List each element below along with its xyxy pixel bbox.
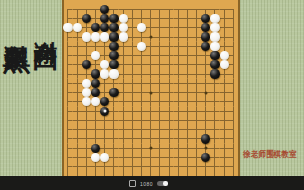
board-cell[interactable] — [100, 144, 109, 153]
board-cell[interactable] — [109, 116, 118, 125]
board-cell[interactable] — [192, 79, 201, 88]
board-cell[interactable] — [192, 23, 201, 32]
board-cell[interactable] — [210, 79, 219, 88]
board-cell[interactable] — [210, 42, 219, 51]
board-cell[interactable] — [119, 51, 128, 60]
board-cell[interactable] — [155, 107, 164, 116]
board-cell[interactable] — [183, 107, 192, 116]
board-cell[interactable] — [210, 51, 219, 60]
board-cell[interactable] — [174, 144, 183, 153]
board-cell[interactable] — [100, 125, 109, 134]
board-cell[interactable] — [174, 88, 183, 97]
board-cell[interactable] — [137, 60, 146, 69]
board-cell[interactable] — [91, 116, 100, 125]
board-cell[interactable] — [229, 5, 238, 14]
board-cell[interactable] — [63, 153, 72, 162]
board-cell[interactable] — [91, 23, 100, 32]
board-cell[interactable] — [91, 97, 100, 106]
board-cell[interactable] — [63, 88, 72, 97]
board-cell[interactable] — [91, 42, 100, 51]
board-cell[interactable] — [164, 60, 173, 69]
board-cell[interactable] — [119, 134, 128, 143]
board-cell[interactable] — [174, 42, 183, 51]
board-cell[interactable] — [137, 42, 146, 51]
board-cell[interactable] — [119, 79, 128, 88]
board-cell[interactable] — [91, 32, 100, 41]
board-cell[interactable] — [73, 107, 82, 116]
board-cell[interactable] — [63, 134, 72, 143]
board-cell[interactable] — [210, 153, 219, 162]
board-cell[interactable] — [192, 144, 201, 153]
board-cell[interactable] — [201, 116, 210, 125]
board-cell[interactable] — [210, 107, 219, 116]
board-cell[interactable] — [183, 116, 192, 125]
board-cell[interactable] — [109, 153, 118, 162]
board-cell[interactable] — [192, 107, 201, 116]
board-cell[interactable] — [109, 79, 118, 88]
board-cell[interactable] — [155, 60, 164, 69]
board-cell[interactable] — [192, 42, 201, 51]
board-cell[interactable] — [164, 69, 173, 78]
board-cell[interactable] — [183, 97, 192, 106]
board-cell[interactable] — [109, 23, 118, 32]
board-cell[interactable] — [73, 144, 82, 153]
board-cell[interactable] — [128, 144, 137, 153]
board-cell[interactable] — [183, 79, 192, 88]
board-cell[interactable] — [82, 153, 91, 162]
board-cell[interactable] — [174, 51, 183, 60]
board-cell[interactable] — [63, 144, 72, 153]
board-cell[interactable] — [128, 125, 137, 134]
board-cell[interactable] — [164, 88, 173, 97]
board-cell[interactable] — [164, 79, 173, 88]
board-cell[interactable] — [146, 51, 155, 60]
board-cell[interactable] — [137, 162, 146, 171]
board-cell[interactable] — [128, 107, 137, 116]
board-cell[interactable] — [155, 69, 164, 78]
board-cell[interactable] — [220, 42, 229, 51]
board-cell[interactable] — [220, 153, 229, 162]
board-cell[interactable] — [155, 51, 164, 60]
board-cell[interactable] — [220, 60, 229, 69]
board-cell[interactable] — [164, 23, 173, 32]
board-cell[interactable] — [137, 134, 146, 143]
board-cell[interactable] — [155, 42, 164, 51]
board-cell[interactable] — [82, 5, 91, 14]
board-cell[interactable] — [220, 79, 229, 88]
board-cell[interactable] — [220, 88, 229, 97]
board-cell[interactable] — [137, 153, 146, 162]
board-cell[interactable] — [192, 162, 201, 171]
board-cell[interactable] — [183, 32, 192, 41]
board-cell[interactable] — [146, 153, 155, 162]
board-cell[interactable] — [119, 23, 128, 32]
board-cell[interactable] — [155, 153, 164, 162]
board-cell[interactable] — [155, 134, 164, 143]
board-cell[interactable] — [155, 5, 164, 14]
board-cell[interactable] — [201, 134, 210, 143]
board-cell[interactable] — [183, 88, 192, 97]
board-cell[interactable] — [82, 32, 91, 41]
board-cell[interactable] — [164, 14, 173, 23]
board-cell[interactable] — [229, 23, 238, 32]
board-cell[interactable] — [73, 60, 82, 69]
board-cell[interactable] — [183, 134, 192, 143]
board-cell[interactable] — [174, 79, 183, 88]
board-cell[interactable] — [63, 42, 72, 51]
board-cell[interactable] — [91, 107, 100, 116]
board-cell[interactable] — [192, 60, 201, 69]
board-cell[interactable] — [91, 79, 100, 88]
board-cell[interactable] — [128, 88, 137, 97]
board-cell[interactable] — [137, 14, 146, 23]
board-cell[interactable] — [100, 97, 109, 106]
board-cell[interactable] — [73, 51, 82, 60]
board-cell[interactable] — [100, 79, 109, 88]
board-cell[interactable] — [164, 51, 173, 60]
board-cell[interactable] — [192, 5, 201, 14]
board-cell[interactable] — [146, 88, 155, 97]
board-cell[interactable] — [192, 14, 201, 23]
board-cell[interactable] — [183, 14, 192, 23]
board-cell[interactable] — [137, 69, 146, 78]
board-cell[interactable] — [128, 153, 137, 162]
board-cell[interactable] — [183, 42, 192, 51]
board-cell[interactable] — [128, 42, 137, 51]
board-cell[interactable] — [192, 153, 201, 162]
board-cell[interactable] — [100, 60, 109, 69]
board-cell[interactable] — [109, 42, 118, 51]
board-cell[interactable] — [137, 51, 146, 60]
board-cell[interactable] — [109, 32, 118, 41]
video-player-bar[interactable]: 1080 — [0, 176, 304, 190]
board-cell[interactable] — [146, 5, 155, 14]
board-cell[interactable] — [63, 97, 72, 106]
board-cell[interactable] — [229, 79, 238, 88]
board-cell[interactable] — [220, 23, 229, 32]
board-cell[interactable] — [220, 162, 229, 171]
board-cell[interactable] — [146, 134, 155, 143]
board-cell[interactable] — [73, 125, 82, 134]
board-cell[interactable] — [91, 125, 100, 134]
board-cell[interactable] — [155, 97, 164, 106]
board-cell[interactable] — [229, 69, 238, 78]
board-cell[interactable] — [164, 144, 173, 153]
board-cell[interactable] — [100, 107, 109, 116]
board-cell[interactable] — [229, 144, 238, 153]
board-cell[interactable] — [183, 5, 192, 14]
board-cell[interactable] — [174, 134, 183, 143]
board-cell[interactable] — [201, 32, 210, 41]
board-cell[interactable] — [82, 116, 91, 125]
board-cell[interactable] — [164, 5, 173, 14]
board-cell[interactable] — [229, 32, 238, 41]
board-cell[interactable] — [201, 107, 210, 116]
board-cell[interactable] — [63, 125, 72, 134]
board-cell[interactable] — [109, 125, 118, 134]
board-cell[interactable] — [82, 42, 91, 51]
board-cell[interactable] — [82, 134, 91, 143]
board-cell[interactable] — [201, 60, 210, 69]
board-cell[interactable] — [210, 162, 219, 171]
board-cell[interactable] — [210, 23, 219, 32]
board-cell[interactable] — [164, 134, 173, 143]
board-cell[interactable] — [73, 97, 82, 106]
board-cell[interactable] — [128, 162, 137, 171]
board-cell[interactable] — [109, 162, 118, 171]
board-cell[interactable] — [119, 144, 128, 153]
board-cell[interactable] — [183, 153, 192, 162]
board-cell[interactable] — [119, 162, 128, 171]
board-cell[interactable] — [201, 69, 210, 78]
board-cell[interactable] — [201, 144, 210, 153]
board-cell[interactable] — [137, 79, 146, 88]
board-cell[interactable] — [174, 69, 183, 78]
danmaku-icon[interactable] — [129, 180, 136, 187]
board-cell[interactable] — [146, 14, 155, 23]
board-cell[interactable] — [210, 32, 219, 41]
board-cell[interactable] — [229, 97, 238, 106]
board-cell[interactable] — [100, 153, 109, 162]
board-cell[interactable] — [119, 42, 128, 51]
board-cell[interactable] — [164, 97, 173, 106]
board-cell[interactable] — [146, 60, 155, 69]
board-cell[interactable] — [210, 134, 219, 143]
board-cell[interactable] — [137, 107, 146, 116]
board-cell[interactable] — [146, 42, 155, 51]
board-cell[interactable] — [73, 69, 82, 78]
board-cell[interactable] — [82, 97, 91, 106]
board-cell[interactable] — [128, 116, 137, 125]
board-cell[interactable] — [119, 97, 128, 106]
board-cell[interactable] — [137, 97, 146, 106]
board-cell[interactable] — [109, 88, 118, 97]
board-cell[interactable] — [192, 32, 201, 41]
board-cell[interactable] — [63, 107, 72, 116]
board-cell[interactable] — [63, 116, 72, 125]
board-cell[interactable] — [229, 51, 238, 60]
board-cell[interactable] — [146, 125, 155, 134]
board-cell[interactable] — [73, 79, 82, 88]
board-cell[interactable] — [164, 162, 173, 171]
board-cell[interactable] — [82, 79, 91, 88]
board-cell[interactable] — [229, 88, 238, 97]
board-cell[interactable] — [192, 88, 201, 97]
danmaku-toggle[interactable] — [157, 181, 168, 187]
board-cell[interactable] — [229, 153, 238, 162]
board-cell[interactable] — [164, 116, 173, 125]
board-cell[interactable] — [137, 5, 146, 14]
board-cell[interactable] — [128, 5, 137, 14]
board-cell[interactable] — [146, 69, 155, 78]
board-cell[interactable] — [229, 42, 238, 51]
board-cell[interactable] — [109, 69, 118, 78]
board-cell[interactable] — [192, 69, 201, 78]
board-cell[interactable] — [109, 60, 118, 69]
board-cell[interactable] — [210, 5, 219, 14]
board-cell[interactable] — [146, 116, 155, 125]
board-cell[interactable] — [210, 97, 219, 106]
board-cell[interactable] — [119, 69, 128, 78]
board-cell[interactable] — [220, 69, 229, 78]
board-cell[interactable] — [119, 14, 128, 23]
board-cell[interactable] — [91, 88, 100, 97]
board-cell[interactable] — [73, 134, 82, 143]
board-cell[interactable] — [220, 14, 229, 23]
board-cell[interactable] — [192, 51, 201, 60]
board-cell[interactable] — [63, 14, 72, 23]
board-cell[interactable] — [220, 32, 229, 41]
board-cell[interactable] — [210, 116, 219, 125]
board-cell[interactable] — [174, 116, 183, 125]
board-cell[interactable] — [210, 69, 219, 78]
board-cell[interactable] — [146, 79, 155, 88]
board-cell[interactable] — [201, 88, 210, 97]
board-cell[interactable] — [183, 162, 192, 171]
board-cell[interactable] — [146, 144, 155, 153]
board-cell[interactable] — [119, 107, 128, 116]
board-cell[interactable] — [183, 69, 192, 78]
board-cell[interactable] — [210, 125, 219, 134]
board-cell[interactable] — [100, 88, 109, 97]
board-cell[interactable] — [109, 107, 118, 116]
board-cell[interactable] — [91, 60, 100, 69]
board-cell[interactable] — [73, 116, 82, 125]
board-cell[interactable] — [128, 97, 137, 106]
board-cell[interactable] — [201, 79, 210, 88]
board-cell[interactable] — [128, 23, 137, 32]
board-cell[interactable] — [128, 14, 137, 23]
go-board-grid[interactable] — [63, 5, 238, 181]
board-cell[interactable] — [128, 69, 137, 78]
board-cell[interactable] — [91, 144, 100, 153]
board-cell[interactable] — [210, 88, 219, 97]
board-cell[interactable] — [210, 60, 219, 69]
board-cell[interactable] — [220, 116, 229, 125]
board-cell[interactable] — [109, 14, 118, 23]
board-cell[interactable] — [137, 125, 146, 134]
board-cell[interactable] — [174, 14, 183, 23]
board-cell[interactable] — [137, 88, 146, 97]
board-cell[interactable] — [201, 125, 210, 134]
board-cell[interactable] — [100, 134, 109, 143]
board-cell[interactable] — [82, 14, 91, 23]
board-cell[interactable] — [91, 14, 100, 23]
board-cell[interactable] — [155, 162, 164, 171]
board-cell[interactable] — [164, 125, 173, 134]
board-cell[interactable] — [128, 32, 137, 41]
board-cell[interactable] — [220, 5, 229, 14]
board-cell[interactable] — [155, 88, 164, 97]
board-cell[interactable] — [229, 107, 238, 116]
board-cell[interactable] — [82, 88, 91, 97]
board-cell[interactable] — [201, 51, 210, 60]
board-cell[interactable] — [174, 23, 183, 32]
board-cell[interactable] — [100, 32, 109, 41]
board-cell[interactable] — [137, 144, 146, 153]
board-cell[interactable] — [164, 32, 173, 41]
board-cell[interactable] — [201, 42, 210, 51]
board-cell[interactable] — [220, 107, 229, 116]
board-cell[interactable] — [119, 5, 128, 14]
board-cell[interactable] — [82, 69, 91, 78]
board-cell[interactable] — [201, 162, 210, 171]
board-cell[interactable] — [229, 116, 238, 125]
board-cell[interactable] — [91, 153, 100, 162]
board-cell[interactable] — [128, 60, 137, 69]
board-cell[interactable] — [82, 51, 91, 60]
board-cell[interactable] — [155, 144, 164, 153]
quality-label[interactable]: 1080 — [140, 181, 153, 187]
board-cell[interactable] — [100, 69, 109, 78]
board-cell[interactable] — [229, 162, 238, 171]
board-cell[interactable] — [119, 125, 128, 134]
board-cell[interactable] — [82, 125, 91, 134]
board-cell[interactable] — [100, 51, 109, 60]
board-cell[interactable] — [63, 32, 72, 41]
board-cell[interactable] — [63, 162, 72, 171]
board-cell[interactable] — [100, 116, 109, 125]
board-cell[interactable] — [91, 51, 100, 60]
board-cell[interactable] — [137, 23, 146, 32]
board-cell[interactable] — [229, 60, 238, 69]
board-cell[interactable] — [220, 97, 229, 106]
board-cell[interactable] — [155, 32, 164, 41]
board-cell[interactable] — [109, 5, 118, 14]
board-cell[interactable] — [220, 51, 229, 60]
board-cell[interactable] — [174, 60, 183, 69]
board-cell[interactable] — [146, 162, 155, 171]
board-cell[interactable] — [174, 107, 183, 116]
board-cell[interactable] — [146, 97, 155, 106]
board-cell[interactable] — [63, 23, 72, 32]
board-cell[interactable] — [73, 14, 82, 23]
board-cell[interactable] — [174, 153, 183, 162]
board-cell[interactable] — [220, 125, 229, 134]
board-cell[interactable] — [210, 14, 219, 23]
board-cell[interactable] — [155, 79, 164, 88]
board-cell[interactable] — [210, 144, 219, 153]
board-cell[interactable] — [155, 116, 164, 125]
board-cell[interactable] — [73, 162, 82, 171]
board-cell[interactable] — [229, 134, 238, 143]
board-cell[interactable] — [229, 14, 238, 23]
board-cell[interactable] — [82, 60, 91, 69]
board-cell[interactable] — [128, 51, 137, 60]
board-cell[interactable] — [63, 51, 72, 60]
board-cell[interactable] — [164, 153, 173, 162]
board-cell[interactable] — [155, 23, 164, 32]
board-cell[interactable] — [155, 14, 164, 23]
board-cell[interactable] — [91, 162, 100, 171]
board-cell[interactable] — [164, 107, 173, 116]
board-cell[interactable] — [109, 51, 118, 60]
board-cell[interactable] — [183, 125, 192, 134]
board-cell[interactable] — [100, 14, 109, 23]
board-cell[interactable] — [192, 125, 201, 134]
board-cell[interactable] — [201, 23, 210, 32]
board-cell[interactable] — [201, 14, 210, 23]
board-cell[interactable] — [146, 32, 155, 41]
board-cell[interactable] — [183, 51, 192, 60]
board-cell[interactable] — [63, 60, 72, 69]
board-cell[interactable] — [146, 107, 155, 116]
board-cell[interactable] — [201, 153, 210, 162]
board-cell[interactable] — [174, 162, 183, 171]
board-cell[interactable] — [109, 97, 118, 106]
board-cell[interactable] — [82, 162, 91, 171]
board-cell[interactable] — [174, 125, 183, 134]
